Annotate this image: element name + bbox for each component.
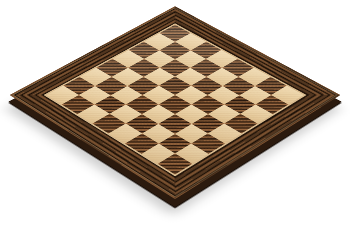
chess-board (10, 6, 341, 199)
product-photo (0, 0, 350, 231)
board-field (43, 23, 306, 176)
